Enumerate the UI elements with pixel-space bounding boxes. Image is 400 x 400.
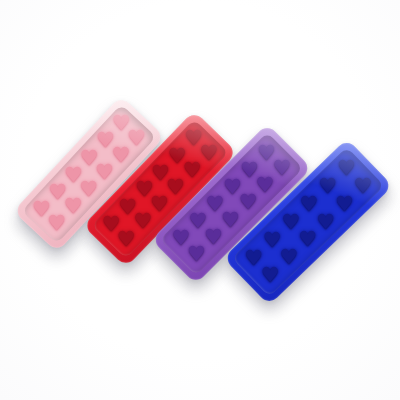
heart-cavity: ♥ (281, 212, 300, 233)
heart-cavity: ♥ (279, 247, 298, 268)
heart-cavity: ♥ (187, 244, 206, 265)
heart-cavity: ♥ (316, 211, 335, 232)
heart-cavity: ♥ (133, 211, 152, 232)
product-photo-scene: ♥♥♥♥♥♥♥♥♥♥♥♥ ♥♥♥♥♥♥♥♥♥♥♥♥ ♥♥♥♥♥♥♥♥♥♥♥♥ ♥… (0, 0, 400, 400)
heart-cavity: ♥ (166, 177, 185, 198)
heart-cavity: ♥ (221, 210, 240, 231)
ice-tray-blue: ♥♥♥♥♥♥♥♥♥♥♥♥ (275, 136, 341, 308)
heart-cavity: ♥ (117, 228, 136, 249)
heart-cavity: ♥ (353, 176, 372, 197)
heart-cavity: ♥ (150, 194, 169, 215)
heart-cavity: ♥ (256, 176, 275, 197)
heart-cavity: ♥ (261, 265, 280, 286)
heart-cavity: ♥ (239, 193, 258, 214)
heart-cavity: ♥ (336, 158, 355, 179)
heart-cavity: ♥ (298, 229, 317, 250)
heart-cavity: ♥ (204, 227, 223, 248)
heart-cavity: ♥ (47, 213, 66, 234)
heart-cavity: ♥ (335, 193, 354, 214)
heart-cavity: ♥ (183, 160, 202, 181)
